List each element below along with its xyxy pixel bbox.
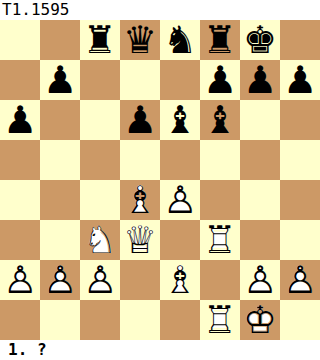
square-b6[interactable] bbox=[40, 100, 80, 140]
square-e8[interactable]: ♞ bbox=[160, 20, 200, 60]
square-g2[interactable]: ♟♙ bbox=[240, 260, 280, 300]
black-pawn: ♟ bbox=[200, 60, 240, 100]
square-g8[interactable]: ♚ bbox=[240, 20, 280, 60]
square-f1[interactable]: ♜♖ bbox=[200, 300, 240, 340]
square-a7[interactable] bbox=[0, 60, 40, 100]
white-pawn: ♟♙ bbox=[80, 260, 120, 300]
square-h5[interactable] bbox=[280, 140, 320, 180]
square-b8[interactable] bbox=[40, 20, 80, 60]
square-b7[interactable]: ♟ bbox=[40, 60, 80, 100]
square-h4[interactable] bbox=[280, 180, 320, 220]
square-a8[interactable] bbox=[0, 20, 40, 60]
white-pawn: ♟♙ bbox=[280, 260, 320, 300]
white-knight: ♞♘ bbox=[80, 220, 120, 260]
square-h6[interactable] bbox=[280, 100, 320, 140]
square-a1[interactable] bbox=[0, 300, 40, 340]
white-queen: ♛♕ bbox=[120, 220, 160, 260]
white-bishop: ♝♗ bbox=[160, 260, 200, 300]
black-pawn: ♟ bbox=[120, 100, 160, 140]
square-g6[interactable] bbox=[240, 100, 280, 140]
square-c2[interactable]: ♟♙ bbox=[80, 260, 120, 300]
square-h7[interactable]: ♟ bbox=[280, 60, 320, 100]
square-h2[interactable]: ♟♙ bbox=[280, 260, 320, 300]
square-a3[interactable] bbox=[0, 220, 40, 260]
puzzle-title: T1.1595 bbox=[0, 0, 320, 20]
square-g4[interactable] bbox=[240, 180, 280, 220]
white-pawn: ♟♙ bbox=[40, 260, 80, 300]
square-d7[interactable] bbox=[120, 60, 160, 100]
square-a6[interactable]: ♟ bbox=[0, 100, 40, 140]
square-b4[interactable] bbox=[40, 180, 80, 220]
white-pawn: ♟♙ bbox=[240, 260, 280, 300]
square-b5[interactable] bbox=[40, 140, 80, 180]
square-f5[interactable] bbox=[200, 140, 240, 180]
square-c4[interactable] bbox=[80, 180, 120, 220]
square-c3[interactable]: ♞♘ bbox=[80, 220, 120, 260]
square-e7[interactable] bbox=[160, 60, 200, 100]
square-h8[interactable] bbox=[280, 20, 320, 60]
white-bishop: ♝♗ bbox=[120, 180, 160, 220]
square-d5[interactable] bbox=[120, 140, 160, 180]
square-c6[interactable] bbox=[80, 100, 120, 140]
square-d1[interactable] bbox=[120, 300, 160, 340]
square-h3[interactable] bbox=[280, 220, 320, 260]
square-f6[interactable]: ♝ bbox=[200, 100, 240, 140]
black-king: ♚ bbox=[240, 20, 280, 60]
square-d3[interactable]: ♛♕ bbox=[120, 220, 160, 260]
square-c7[interactable] bbox=[80, 60, 120, 100]
black-pawn: ♟ bbox=[40, 60, 80, 100]
black-pawn: ♟ bbox=[280, 60, 320, 100]
square-d8[interactable]: ♛ bbox=[120, 20, 160, 60]
square-b2[interactable]: ♟♙ bbox=[40, 260, 80, 300]
square-d6[interactable]: ♟ bbox=[120, 100, 160, 140]
square-e4[interactable]: ♟♙ bbox=[160, 180, 200, 220]
white-rook: ♜♖ bbox=[200, 300, 240, 340]
black-queen: ♛ bbox=[120, 20, 160, 60]
square-e5[interactable] bbox=[160, 140, 200, 180]
square-e2[interactable]: ♝♗ bbox=[160, 260, 200, 300]
square-a5[interactable] bbox=[0, 140, 40, 180]
square-e3[interactable] bbox=[160, 220, 200, 260]
black-bishop: ♝ bbox=[160, 100, 200, 140]
square-e6[interactable]: ♝ bbox=[160, 100, 200, 140]
black-bishop: ♝ bbox=[200, 100, 240, 140]
square-g3[interactable] bbox=[240, 220, 280, 260]
black-rook: ♜ bbox=[200, 20, 240, 60]
black-pawn: ♟ bbox=[240, 60, 280, 100]
square-f4[interactable] bbox=[200, 180, 240, 220]
black-knight: ♞ bbox=[160, 20, 200, 60]
square-g7[interactable]: ♟ bbox=[240, 60, 280, 100]
chess-board: ♜♛♞♜♚♟♟♟♟♟♟♝♝♝♗♟♙♞♘♛♕♜♖♟♙♟♙♟♙♝♗♟♙♟♙♜♖♚♔ bbox=[0, 20, 320, 340]
square-h1[interactable] bbox=[280, 300, 320, 340]
square-c8[interactable]: ♜ bbox=[80, 20, 120, 60]
move-prompt: 1. ? bbox=[0, 340, 320, 360]
square-d4[interactable]: ♝♗ bbox=[120, 180, 160, 220]
white-pawn: ♟♙ bbox=[160, 180, 200, 220]
square-f2[interactable] bbox=[200, 260, 240, 300]
square-c5[interactable] bbox=[80, 140, 120, 180]
square-f7[interactable]: ♟ bbox=[200, 60, 240, 100]
white-king: ♚♔ bbox=[240, 300, 280, 340]
square-c1[interactable] bbox=[80, 300, 120, 340]
square-e1[interactable] bbox=[160, 300, 200, 340]
white-pawn: ♟♙ bbox=[0, 260, 40, 300]
white-rook: ♜♖ bbox=[200, 220, 240, 260]
square-a2[interactable]: ♟♙ bbox=[0, 260, 40, 300]
square-a4[interactable] bbox=[0, 180, 40, 220]
square-d2[interactable] bbox=[120, 260, 160, 300]
chess-puzzle-app: T1.1595 ♜♛♞♜♚♟♟♟♟♟♟♝♝♝♗♟♙♞♘♛♕♜♖♟♙♟♙♟♙♝♗♟… bbox=[0, 0, 320, 360]
square-g1[interactable]: ♚♔ bbox=[240, 300, 280, 340]
square-f8[interactable]: ♜ bbox=[200, 20, 240, 60]
black-rook: ♜ bbox=[80, 20, 120, 60]
black-pawn: ♟ bbox=[0, 100, 40, 140]
square-g5[interactable] bbox=[240, 140, 280, 180]
square-f3[interactable]: ♜♖ bbox=[200, 220, 240, 260]
square-b1[interactable] bbox=[40, 300, 80, 340]
square-b3[interactable] bbox=[40, 220, 80, 260]
